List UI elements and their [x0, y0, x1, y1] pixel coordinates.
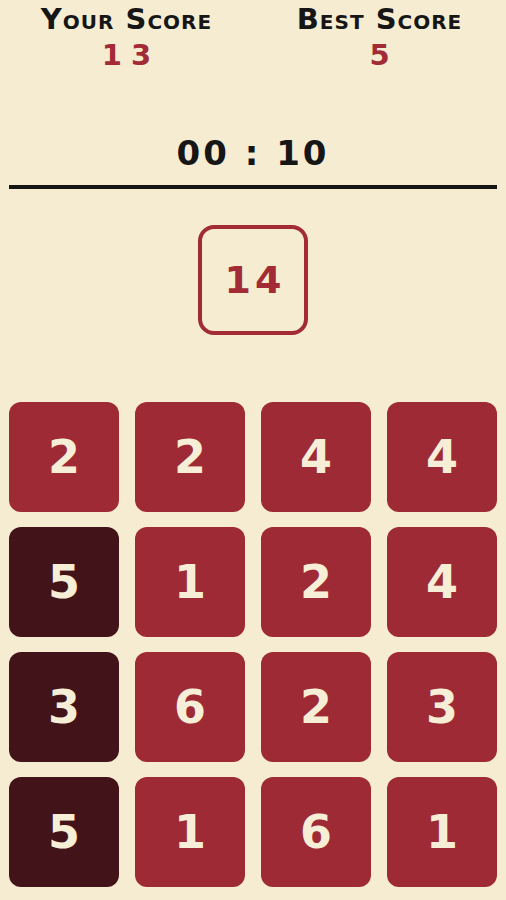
score-header: Your Score 13 Best Score 5 [0, 0, 506, 71]
tile-r4c4[interactable]: 1 [387, 777, 497, 887]
tile-r3c2[interactable]: 6 [135, 652, 245, 762]
tile-r4c1[interactable]: 5 [9, 777, 119, 887]
divider [9, 185, 497, 189]
target-value: 14 [221, 258, 286, 302]
tile-r2c1[interactable]: 5 [9, 527, 119, 637]
your-score: Your Score 13 [0, 3, 253, 71]
your-score-label: Your Score [0, 3, 253, 35]
best-score-label: Best Score [253, 3, 506, 35]
tile-r4c2[interactable]: 1 [135, 777, 245, 887]
tile-r3c4[interactable]: 3 [387, 652, 497, 762]
tile-r1c2[interactable]: 2 [135, 402, 245, 512]
tile-r1c1[interactable]: 2 [9, 402, 119, 512]
tile-r2c2[interactable]: 1 [135, 527, 245, 637]
tile-r3c3[interactable]: 2 [261, 652, 371, 762]
best-score: Best Score 5 [253, 3, 506, 71]
game-screen: Your Score 13 Best Score 5 00 : 10 14 22… [0, 0, 506, 900]
best-score-value: 5 [253, 39, 506, 71]
tile-r1c4[interactable]: 4 [387, 402, 497, 512]
tile-r3c1[interactable]: 3 [9, 652, 119, 762]
tile-r1c3[interactable]: 4 [261, 402, 371, 512]
tile-r2c4[interactable]: 4 [387, 527, 497, 637]
tile-grid: 2244512436235161 [9, 402, 497, 887]
your-score-value: 13 [0, 39, 253, 71]
tile-r4c3[interactable]: 6 [261, 777, 371, 887]
countdown-timer: 00 : 10 [0, 135, 506, 171]
tile-r2c3[interactable]: 2 [261, 527, 371, 637]
target-card: 14 [198, 225, 308, 335]
